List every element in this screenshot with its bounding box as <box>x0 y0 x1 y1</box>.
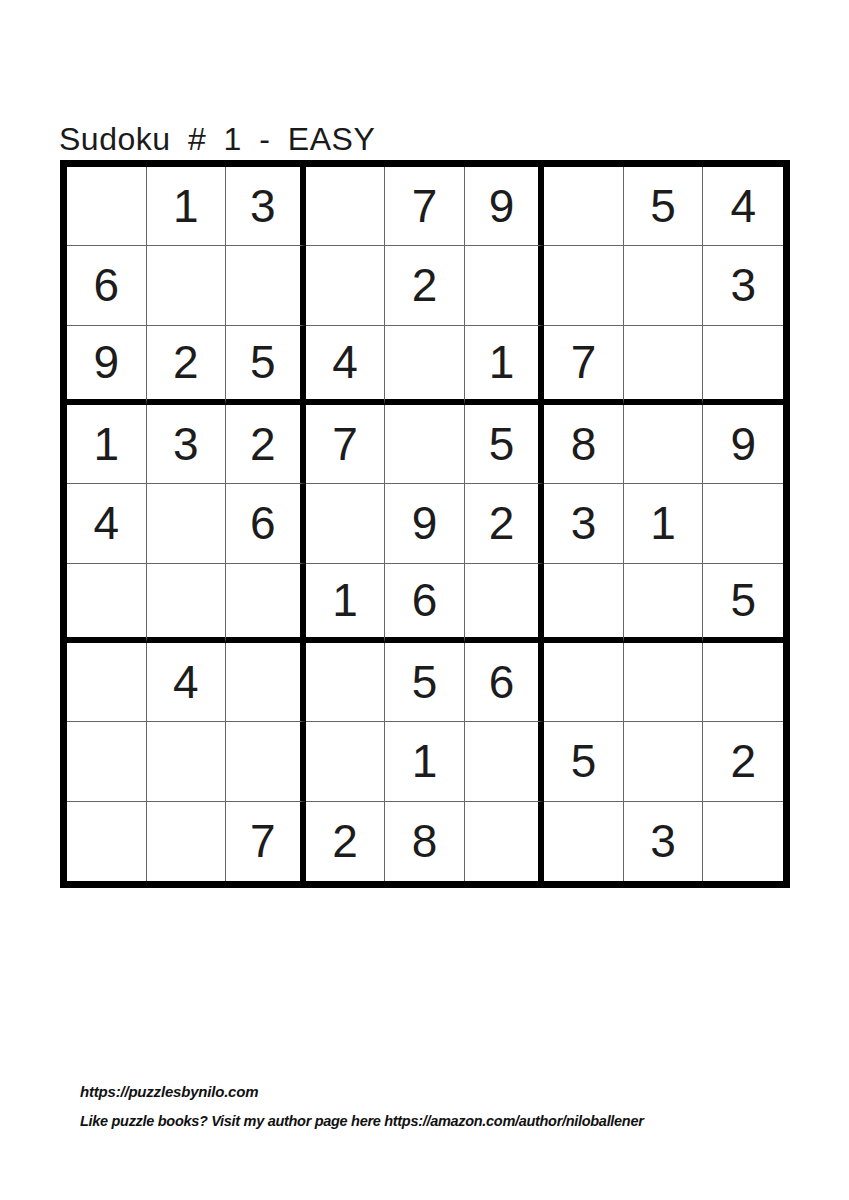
cell-r6c8[interactable] <box>624 564 704 643</box>
cell-r1c9[interactable]: 4 <box>703 167 783 246</box>
cell-r6c7[interactable] <box>544 564 624 643</box>
cell-r3c6[interactable]: 1 <box>465 326 545 405</box>
cell-r7c1[interactable] <box>67 643 147 722</box>
cell-r2c8[interactable] <box>624 246 704 325</box>
cell-r4c5[interactable] <box>385 405 465 484</box>
cell-r9c8[interactable]: 3 <box>624 802 704 881</box>
cell-r4c8[interactable] <box>624 405 704 484</box>
cell-r3c1[interactable]: 9 <box>67 326 147 405</box>
cell-r5c3[interactable]: 6 <box>226 484 306 563</box>
cell-r7c8[interactable] <box>624 643 704 722</box>
cell-r6c9[interactable]: 5 <box>703 564 783 643</box>
cell-r9c1[interactable] <box>67 802 147 881</box>
cell-r6c1[interactable] <box>67 564 147 643</box>
cell-r3c9[interactable] <box>703 326 783 405</box>
cell-r1c4[interactable] <box>306 167 386 246</box>
cell-r4c3[interactable]: 2 <box>226 405 306 484</box>
cell-r6c6[interactable] <box>465 564 545 643</box>
cell-r2c9[interactable]: 3 <box>703 246 783 325</box>
cell-r5c4[interactable] <box>306 484 386 563</box>
cell-r8c8[interactable] <box>624 722 704 801</box>
cell-r9c7[interactable] <box>544 802 624 881</box>
cell-r8c5[interactable]: 1 <box>385 722 465 801</box>
footer-author-link: Like puzzle books? Visit my author page … <box>80 1113 644 1129</box>
cell-r2c7[interactable] <box>544 246 624 325</box>
sudoku-grid: 1379546239254171327589469231165456152728… <box>60 160 790 888</box>
footer-site-url: https://puzzlesbynilo.com <box>80 1083 644 1100</box>
cell-r1c1[interactable] <box>67 167 147 246</box>
cell-r2c3[interactable] <box>226 246 306 325</box>
cell-r3c2[interactable]: 2 <box>147 326 227 405</box>
cell-r8c1[interactable] <box>67 722 147 801</box>
cell-r7c9[interactable] <box>703 643 783 722</box>
cell-r1c2[interactable]: 1 <box>147 167 227 246</box>
cell-r9c4[interactable]: 2 <box>306 802 386 881</box>
cell-r8c2[interactable] <box>147 722 227 801</box>
cell-r1c8[interactable]: 5 <box>624 167 704 246</box>
cell-r2c4[interactable] <box>306 246 386 325</box>
cell-r3c8[interactable] <box>624 326 704 405</box>
cell-r2c5[interactable]: 2 <box>385 246 465 325</box>
cell-r9c5[interactable]: 8 <box>385 802 465 881</box>
cell-r2c2[interactable] <box>147 246 227 325</box>
cell-r5c2[interactable] <box>147 484 227 563</box>
page-title: Sudoku # 1 - EASY <box>59 121 375 157</box>
cell-r9c6[interactable] <box>465 802 545 881</box>
cell-r3c3[interactable]: 5 <box>226 326 306 405</box>
cell-r4c4[interactable]: 7 <box>306 405 386 484</box>
cell-r5c5[interactable]: 9 <box>385 484 465 563</box>
cell-r7c5[interactable]: 5 <box>385 643 465 722</box>
footer: https://puzzlesbynilo.com Like puzzle bo… <box>80 1083 644 1129</box>
cell-r5c7[interactable]: 3 <box>544 484 624 563</box>
cell-r6c4[interactable]: 1 <box>306 564 386 643</box>
cell-r8c3[interactable] <box>226 722 306 801</box>
cell-r6c2[interactable] <box>147 564 227 643</box>
cell-r1c5[interactable]: 7 <box>385 167 465 246</box>
cell-r3c4[interactable]: 4 <box>306 326 386 405</box>
cell-r7c6[interactable]: 6 <box>465 643 545 722</box>
cell-r7c2[interactable]: 4 <box>147 643 227 722</box>
cell-r9c3[interactable]: 7 <box>226 802 306 881</box>
cell-r2c6[interactable] <box>465 246 545 325</box>
cell-r8c9[interactable]: 2 <box>703 722 783 801</box>
cell-r7c7[interactable] <box>544 643 624 722</box>
cell-r1c7[interactable] <box>544 167 624 246</box>
cell-r2c1[interactable]: 6 <box>67 246 147 325</box>
cell-r1c3[interactable]: 3 <box>226 167 306 246</box>
cell-r6c5[interactable]: 6 <box>385 564 465 643</box>
cell-r7c3[interactable] <box>226 643 306 722</box>
cell-r4c7[interactable]: 8 <box>544 405 624 484</box>
cell-r4c1[interactable]: 1 <box>67 405 147 484</box>
cell-r3c5[interactable] <box>385 326 465 405</box>
cell-r5c8[interactable]: 1 <box>624 484 704 563</box>
cell-r8c7[interactable]: 5 <box>544 722 624 801</box>
cell-r8c4[interactable] <box>306 722 386 801</box>
cell-r9c2[interactable] <box>147 802 227 881</box>
cell-r5c1[interactable]: 4 <box>67 484 147 563</box>
cell-r9c9[interactable] <box>703 802 783 881</box>
cell-r4c6[interactable]: 5 <box>465 405 545 484</box>
cell-r7c4[interactable] <box>306 643 386 722</box>
cell-r4c9[interactable]: 9 <box>703 405 783 484</box>
cell-r1c6[interactable]: 9 <box>465 167 545 246</box>
cell-r8c6[interactable] <box>465 722 545 801</box>
cell-r5c9[interactable] <box>703 484 783 563</box>
cell-r4c2[interactable]: 3 <box>147 405 227 484</box>
cell-r6c3[interactable] <box>226 564 306 643</box>
cell-r3c7[interactable]: 7 <box>544 326 624 405</box>
cell-r5c6[interactable]: 2 <box>465 484 545 563</box>
puzzle-page: Sudoku # 1 - EASY 1379546239254171327589… <box>0 0 849 1200</box>
